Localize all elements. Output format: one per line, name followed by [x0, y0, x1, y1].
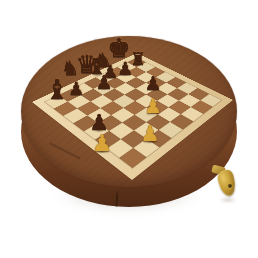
- scene: ♚♜♞♛♞♝♟♟♟♟♟♝♟♟♟♟: [0, 0, 258, 258]
- dark-pawn-3[interactable]: ♟: [68, 80, 84, 98]
- dark-bishop-2[interactable]: ♝: [45, 76, 69, 103]
- light-pawn-1[interactable]: ♟: [144, 96, 162, 116]
- dark-pawn-5[interactable]: ♟: [144, 74, 161, 93]
- dark-pawn-4[interactable]: ♟: [95, 73, 112, 92]
- light-pawn-2[interactable]: ♟: [140, 123, 160, 145]
- light-pawn-3[interactable]: ♟: [92, 132, 113, 155]
- dark-pawn-2[interactable]: ♟: [117, 60, 133, 78]
- pieces-layer: ♚♜♞♛♞♝♟♟♟♟♟♝♟♟♟♟: [0, 0, 258, 258]
